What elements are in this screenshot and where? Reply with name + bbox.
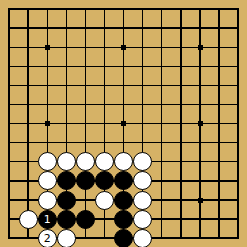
white-stone — [38, 191, 57, 210]
black-stone — [114, 229, 133, 247]
black-stone — [114, 191, 133, 210]
white-stone-move-2: 2 — [38, 229, 57, 247]
black-stone — [76, 210, 95, 229]
black-stone — [95, 171, 114, 190]
grid-line-horizontal — [8, 142, 240, 143]
board-border-line — [237, 8, 240, 240]
go-board[interactable]: 12 — [0, 0, 247, 247]
black-stone — [57, 191, 76, 210]
white-stone — [57, 229, 76, 247]
white-stone — [95, 191, 114, 210]
star-point — [45, 45, 50, 50]
white-stone — [133, 229, 152, 247]
white-stone — [57, 152, 76, 171]
black-stone — [57, 210, 76, 229]
star-point — [45, 121, 50, 126]
white-stone — [133, 191, 152, 210]
black-stone-move-1: 1 — [38, 210, 57, 229]
grid-line-vertical — [218, 8, 219, 240]
white-stone — [95, 152, 114, 171]
black-stone — [76, 171, 95, 190]
white-stone — [133, 152, 152, 171]
star-point — [121, 45, 126, 50]
star-point — [121, 121, 126, 126]
white-stone — [38, 171, 57, 190]
white-stone — [38, 152, 57, 171]
white-stone — [133, 171, 152, 190]
grid-line-vertical — [161, 8, 162, 240]
black-stone — [114, 171, 133, 190]
black-stone — [114, 210, 133, 229]
star-point — [198, 45, 203, 50]
white-stone — [19, 210, 38, 229]
white-stone — [76, 152, 95, 171]
white-stone — [133, 210, 152, 229]
black-stone — [57, 171, 76, 190]
star-point — [198, 121, 203, 126]
white-stone — [114, 152, 133, 171]
star-point — [198, 198, 203, 203]
grid-line-vertical — [180, 8, 181, 240]
